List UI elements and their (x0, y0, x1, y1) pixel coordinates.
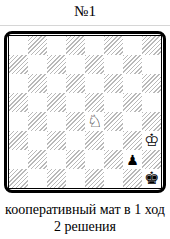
square-f6[interactable] (104, 74, 123, 93)
square-f5[interactable] (104, 93, 123, 112)
caption: кооперативный мат в 1 ход 2 решения (0, 201, 170, 235)
square-e2[interactable] (85, 150, 104, 169)
square-a7[interactable] (9, 55, 28, 74)
square-b3[interactable] (28, 131, 47, 150)
square-e8[interactable] (85, 36, 104, 55)
square-b5[interactable] (28, 93, 47, 112)
square-h6[interactable] (142, 74, 161, 93)
square-g3[interactable] (123, 131, 142, 150)
chess-board: ♘♔♟♚ (8, 35, 162, 189)
square-h3[interactable]: ♔ (142, 131, 161, 150)
square-d3[interactable] (66, 131, 85, 150)
square-h2[interactable] (142, 150, 161, 169)
square-d2[interactable] (66, 150, 85, 169)
square-c4[interactable] (47, 112, 66, 131)
square-c8[interactable] (47, 36, 66, 55)
square-a8[interactable] (9, 36, 28, 55)
square-e6[interactable] (85, 74, 104, 93)
square-g8[interactable] (123, 36, 142, 55)
square-d7[interactable] (66, 55, 85, 74)
square-e3[interactable] (85, 131, 104, 150)
square-b1[interactable] (28, 169, 47, 188)
square-f1[interactable] (104, 169, 123, 188)
chess-board-frame: ♘♔♟♚ (4, 31, 166, 193)
square-c2[interactable] (47, 150, 66, 169)
square-a2[interactable] (9, 150, 28, 169)
square-d6[interactable] (66, 74, 85, 93)
square-c6[interactable] (47, 74, 66, 93)
square-e1[interactable] (85, 169, 104, 188)
square-c7[interactable] (47, 55, 66, 74)
black-pawn-piece[interactable]: ♟ (126, 153, 139, 167)
square-g7[interactable] (123, 55, 142, 74)
square-a5[interactable] (9, 93, 28, 112)
square-a4[interactable] (9, 112, 28, 131)
white-knight-piece[interactable]: ♘ (87, 113, 102, 130)
black-king-piece[interactable]: ♚ (144, 170, 159, 187)
square-c1[interactable] (47, 169, 66, 188)
puzzle-number: №1 (0, 0, 170, 22)
square-h5[interactable] (142, 93, 161, 112)
square-f4[interactable] (104, 112, 123, 131)
solutions-count-text: 2 решения (0, 218, 170, 235)
square-h7[interactable] (142, 55, 161, 74)
square-h4[interactable] (142, 112, 161, 131)
square-a1[interactable] (9, 169, 28, 188)
square-d4[interactable] (66, 112, 85, 131)
square-d5[interactable] (66, 93, 85, 112)
square-b4[interactable] (28, 112, 47, 131)
square-e4[interactable]: ♘ (85, 112, 104, 131)
square-g2[interactable]: ♟ (123, 150, 142, 169)
square-g6[interactable] (123, 74, 142, 93)
square-f2[interactable] (104, 150, 123, 169)
square-a3[interactable] (9, 131, 28, 150)
separator-line (0, 25, 170, 26)
square-b8[interactable] (28, 36, 47, 55)
square-f8[interactable] (104, 36, 123, 55)
square-h1[interactable]: ♚ (142, 169, 161, 188)
square-b6[interactable] (28, 74, 47, 93)
square-g5[interactable] (123, 93, 142, 112)
square-d1[interactable] (66, 169, 85, 188)
square-c3[interactable] (47, 131, 66, 150)
board-area: ♘♔♟♚ (0, 31, 170, 193)
square-a6[interactable] (9, 74, 28, 93)
square-e5[interactable] (85, 93, 104, 112)
square-g4[interactable] (123, 112, 142, 131)
square-b2[interactable] (28, 150, 47, 169)
square-d8[interactable] (66, 36, 85, 55)
square-e7[interactable] (85, 55, 104, 74)
square-b7[interactable] (28, 55, 47, 74)
square-h8[interactable] (142, 36, 161, 55)
square-f7[interactable] (104, 55, 123, 74)
square-f3[interactable] (104, 131, 123, 150)
chess-puzzle-page: №1 ♘♔♟♚ кооперативный мат в 1 ход 2 реше… (0, 0, 170, 239)
white-king-piece[interactable]: ♔ (144, 132, 159, 149)
square-g1[interactable] (123, 169, 142, 188)
square-c5[interactable] (47, 93, 66, 112)
stipulation-text: кооперативный мат в 1 ход (0, 201, 170, 218)
